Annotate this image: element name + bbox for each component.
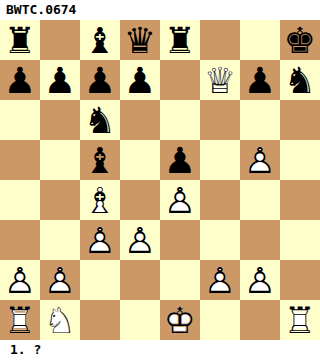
square-a7[interactable]: ♟ bbox=[0, 60, 40, 100]
black-pawn: ♟ bbox=[240, 60, 280, 100]
white-pawn: ♟♙ bbox=[200, 260, 240, 300]
square-e5[interactable]: ♟ bbox=[160, 140, 200, 180]
white-pawn: ♟♙ bbox=[240, 260, 280, 300]
square-a5[interactable] bbox=[0, 140, 40, 180]
square-d2[interactable] bbox=[120, 260, 160, 300]
chess-program-window: BWTC.0674 ♜♝♛♜♚♟♟♟♟♛♕♟♞♞♝♟♟♙♝♗♟♙♟♙♟♙♟♙♟♙… bbox=[0, 0, 320, 360]
square-e7[interactable] bbox=[160, 60, 200, 100]
black-pawn: ♟ bbox=[120, 60, 160, 100]
square-h4[interactable] bbox=[280, 180, 320, 220]
white-pawn: ♟♙ bbox=[240, 140, 280, 180]
square-g6[interactable] bbox=[240, 100, 280, 140]
square-e1[interactable]: ♚♔ bbox=[160, 300, 200, 340]
square-g5[interactable]: ♟♙ bbox=[240, 140, 280, 180]
square-f6[interactable] bbox=[200, 100, 240, 140]
square-d1[interactable] bbox=[120, 300, 160, 340]
black-knight: ♞ bbox=[80, 100, 120, 140]
white-knight: ♞♘ bbox=[40, 300, 80, 340]
square-f7[interactable]: ♛♕ bbox=[200, 60, 240, 100]
square-d6[interactable] bbox=[120, 100, 160, 140]
square-f8[interactable] bbox=[200, 20, 240, 60]
square-e6[interactable] bbox=[160, 100, 200, 140]
white-pawn: ♟♙ bbox=[80, 220, 120, 260]
black-bishop: ♝ bbox=[80, 140, 120, 180]
square-f4[interactable] bbox=[200, 180, 240, 220]
square-f2[interactable]: ♟♙ bbox=[200, 260, 240, 300]
white-rook: ♜♖ bbox=[0, 300, 40, 340]
square-h2[interactable] bbox=[280, 260, 320, 300]
white-pawn: ♟♙ bbox=[0, 260, 40, 300]
square-c7[interactable]: ♟ bbox=[80, 60, 120, 100]
black-knight: ♞ bbox=[280, 60, 320, 100]
square-g1[interactable] bbox=[240, 300, 280, 340]
square-a6[interactable] bbox=[0, 100, 40, 140]
square-f5[interactable] bbox=[200, 140, 240, 180]
square-h1[interactable]: ♜♖ bbox=[280, 300, 320, 340]
square-b1[interactable]: ♞♘ bbox=[40, 300, 80, 340]
square-f3[interactable] bbox=[200, 220, 240, 260]
move-bar: 1. ? bbox=[0, 340, 320, 360]
square-g7[interactable]: ♟ bbox=[240, 60, 280, 100]
chess-board[interactable]: ♜♝♛♜♚♟♟♟♟♛♕♟♞♞♝♟♟♙♝♗♟♙♟♙♟♙♟♙♟♙♟♙♟♙♜♖♞♘♚♔… bbox=[0, 20, 320, 340]
black-pawn: ♟ bbox=[40, 60, 80, 100]
square-a2[interactable]: ♟♙ bbox=[0, 260, 40, 300]
square-h7[interactable]: ♞ bbox=[280, 60, 320, 100]
square-b8[interactable] bbox=[40, 20, 80, 60]
square-b6[interactable] bbox=[40, 100, 80, 140]
square-c2[interactable] bbox=[80, 260, 120, 300]
square-b4[interactable] bbox=[40, 180, 80, 220]
white-bishop: ♝♗ bbox=[80, 180, 120, 220]
move-prompt: 1. ? bbox=[0, 340, 41, 360]
title-bar: BWTC.0674 bbox=[0, 0, 320, 20]
black-rook: ♜ bbox=[0, 20, 40, 60]
square-f1[interactable] bbox=[200, 300, 240, 340]
square-g4[interactable] bbox=[240, 180, 280, 220]
square-a1[interactable]: ♜♖ bbox=[0, 300, 40, 340]
black-pawn: ♟ bbox=[0, 60, 40, 100]
white-queen: ♛♕ bbox=[200, 60, 240, 100]
puzzle-title: BWTC.0674 bbox=[0, 0, 76, 20]
white-pawn: ♟♙ bbox=[40, 260, 80, 300]
black-rook: ♜ bbox=[160, 20, 200, 60]
square-g2[interactable]: ♟♙ bbox=[240, 260, 280, 300]
square-a8[interactable]: ♜ bbox=[0, 20, 40, 60]
square-a3[interactable] bbox=[0, 220, 40, 260]
square-d3[interactable]: ♟♙ bbox=[120, 220, 160, 260]
black-king: ♚ bbox=[280, 20, 320, 60]
square-g3[interactable] bbox=[240, 220, 280, 260]
square-b3[interactable] bbox=[40, 220, 80, 260]
square-d5[interactable] bbox=[120, 140, 160, 180]
white-pawn: ♟♙ bbox=[160, 180, 200, 220]
square-b2[interactable]: ♟♙ bbox=[40, 260, 80, 300]
black-bishop: ♝ bbox=[80, 20, 120, 60]
square-b5[interactable] bbox=[40, 140, 80, 180]
square-h6[interactable] bbox=[280, 100, 320, 140]
square-g8[interactable] bbox=[240, 20, 280, 60]
square-d7[interactable]: ♟ bbox=[120, 60, 160, 100]
black-pawn: ♟ bbox=[160, 140, 200, 180]
square-d8[interactable]: ♛ bbox=[120, 20, 160, 60]
white-rook: ♜♖ bbox=[280, 300, 320, 340]
black-queen: ♛ bbox=[120, 20, 160, 60]
square-h8[interactable]: ♚ bbox=[280, 20, 320, 60]
square-c6[interactable]: ♞ bbox=[80, 100, 120, 140]
square-h3[interactable] bbox=[280, 220, 320, 260]
white-pawn: ♟♙ bbox=[120, 220, 160, 260]
square-e3[interactable] bbox=[160, 220, 200, 260]
square-e4[interactable]: ♟♙ bbox=[160, 180, 200, 220]
square-a4[interactable] bbox=[0, 180, 40, 220]
square-c3[interactable]: ♟♙ bbox=[80, 220, 120, 260]
square-c1[interactable] bbox=[80, 300, 120, 340]
black-pawn: ♟ bbox=[80, 60, 120, 100]
square-c8[interactable]: ♝ bbox=[80, 20, 120, 60]
square-e2[interactable] bbox=[160, 260, 200, 300]
square-d4[interactable] bbox=[120, 180, 160, 220]
square-c4[interactable]: ♝♗ bbox=[80, 180, 120, 220]
square-h5[interactable] bbox=[280, 140, 320, 180]
square-e8[interactable]: ♜ bbox=[160, 20, 200, 60]
square-c5[interactable]: ♝ bbox=[80, 140, 120, 180]
square-b7[interactable]: ♟ bbox=[40, 60, 80, 100]
white-king: ♚♔ bbox=[160, 300, 200, 340]
